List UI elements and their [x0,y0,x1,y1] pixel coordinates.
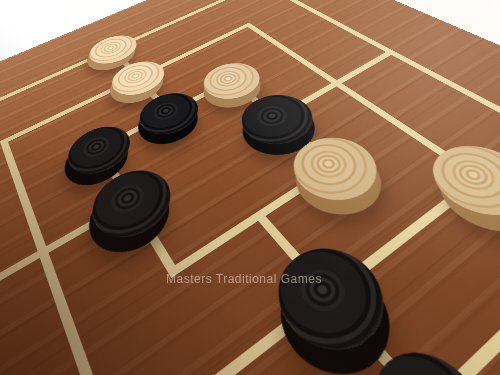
product-photo-stage: Masters Traditional Games [0,0,500,375]
morris-board [0,0,500,375]
points-grid [0,0,500,375]
